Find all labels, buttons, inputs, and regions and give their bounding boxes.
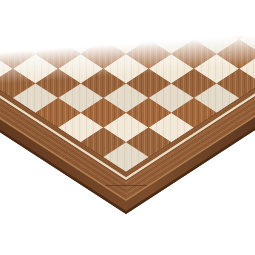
board-photo-stack <box>0 0 255 255</box>
product-photo-scene <box>0 0 255 255</box>
chess-board <box>0 0 255 199</box>
